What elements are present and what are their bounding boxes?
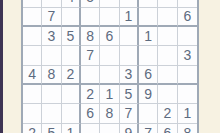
cell-r2c6[interactable] bbox=[120, 0, 139, 8]
cell-r4c3[interactable]: 5 bbox=[62, 27, 81, 46]
cell-r6c2[interactable]: 8 bbox=[42, 66, 61, 85]
cell-r7c3[interactable] bbox=[62, 85, 81, 104]
cell-r8c1[interactable] bbox=[23, 104, 42, 123]
cell-r6c3[interactable]: 2 bbox=[62, 66, 81, 85]
cell-r4c4[interactable]: 8 bbox=[81, 27, 100, 46]
cell-r9c6[interactable]: 9 bbox=[120, 124, 139, 133]
cell-r5c6[interactable] bbox=[120, 46, 139, 65]
sudoku-board: 457163586173482362159687212519768 bbox=[21, 0, 199, 133]
cell-r6c8[interactable] bbox=[158, 66, 177, 85]
cell-r5c8[interactable] bbox=[158, 46, 177, 65]
cell-r2c9[interactable] bbox=[178, 0, 197, 8]
cell-r3c2[interactable]: 7 bbox=[42, 8, 61, 27]
cell-r8c3[interactable] bbox=[62, 104, 81, 123]
cell-r8c7[interactable] bbox=[139, 104, 158, 123]
cell-r3c4[interactable] bbox=[81, 8, 100, 27]
cell-r9c4[interactable] bbox=[81, 124, 100, 133]
cell-r7c2[interactable] bbox=[42, 85, 61, 104]
cell-r4c1[interactable] bbox=[23, 27, 42, 46]
cell-r4c5[interactable]: 6 bbox=[100, 27, 119, 46]
cell-r7c4[interactable]: 2 bbox=[81, 85, 100, 104]
cell-r3c1[interactable] bbox=[23, 8, 42, 27]
cell-r7c6[interactable]: 5 bbox=[120, 85, 139, 104]
cell-r6c6[interactable]: 3 bbox=[120, 66, 139, 85]
cell-r9c1[interactable]: 2 bbox=[23, 124, 42, 133]
cell-r2c1[interactable] bbox=[23, 0, 42, 8]
cell-r8c9[interactable]: 1 bbox=[178, 104, 197, 123]
cell-r9c5[interactable] bbox=[100, 124, 119, 133]
cell-r7c1[interactable] bbox=[23, 85, 42, 104]
cell-r4c9[interactable] bbox=[178, 27, 197, 46]
cell-r8c4[interactable]: 6 bbox=[81, 104, 100, 123]
cell-r2c7[interactable] bbox=[139, 0, 158, 8]
cell-r4c8[interactable] bbox=[158, 27, 177, 46]
cell-r6c1[interactable]: 4 bbox=[23, 66, 42, 85]
cell-r9c3[interactable]: 1 bbox=[62, 124, 81, 133]
cell-r4c2[interactable]: 3 bbox=[42, 27, 61, 46]
cell-r2c4[interactable]: 5 bbox=[81, 0, 100, 8]
left-edge-border bbox=[0, 0, 3, 133]
cell-r5c2[interactable] bbox=[42, 46, 61, 65]
cell-r7c8[interactable] bbox=[158, 85, 177, 104]
cell-r6c9[interactable] bbox=[178, 66, 197, 85]
cell-r5c3[interactable] bbox=[62, 46, 81, 65]
cell-r2c3[interactable]: 4 bbox=[62, 0, 81, 8]
cell-r4c7[interactable]: 1 bbox=[139, 27, 158, 46]
cell-r3c6[interactable]: 1 bbox=[120, 8, 139, 27]
cell-r9c7[interactable]: 7 bbox=[139, 124, 158, 133]
cell-r2c2[interactable] bbox=[42, 0, 61, 8]
cell-r5c1[interactable] bbox=[23, 46, 42, 65]
cell-r7c5[interactable]: 1 bbox=[100, 85, 119, 104]
cell-r3c9[interactable]: 6 bbox=[178, 8, 197, 27]
cell-r3c7[interactable] bbox=[139, 8, 158, 27]
cell-r8c5[interactable]: 8 bbox=[100, 104, 119, 123]
cell-r6c7[interactable]: 6 bbox=[139, 66, 158, 85]
cell-r5c4[interactable]: 7 bbox=[81, 46, 100, 65]
cell-r5c5[interactable] bbox=[100, 46, 119, 65]
cell-r8c8[interactable]: 2 bbox=[158, 104, 177, 123]
cell-r6c5[interactable] bbox=[100, 66, 119, 85]
cell-r9c9[interactable]: 8 bbox=[178, 124, 197, 133]
sudoku-screenshot: { "game": "sudoku", "position": ".......… bbox=[0, 0, 220, 133]
cell-r4c6[interactable] bbox=[120, 27, 139, 46]
cell-r8c2[interactable] bbox=[42, 104, 61, 123]
cell-r5c7[interactable] bbox=[139, 46, 158, 65]
cell-r2c8[interactable] bbox=[158, 0, 177, 8]
cell-r3c8[interactable] bbox=[158, 8, 177, 27]
cell-r6c4[interactable] bbox=[81, 66, 100, 85]
cell-r3c5[interactable] bbox=[100, 8, 119, 27]
cell-r2c5[interactable] bbox=[100, 0, 119, 8]
cell-r7c7[interactable]: 9 bbox=[139, 85, 158, 104]
cell-r8c6[interactable]: 7 bbox=[120, 104, 139, 123]
cell-r9c8[interactable]: 6 bbox=[158, 124, 177, 133]
cell-r3c3[interactable] bbox=[62, 8, 81, 27]
cell-r9c2[interactable]: 5 bbox=[42, 124, 61, 133]
cell-r5c9[interactable]: 3 bbox=[178, 46, 197, 65]
cell-r7c9[interactable] bbox=[178, 85, 197, 104]
